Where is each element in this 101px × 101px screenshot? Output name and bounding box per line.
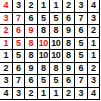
grid-cell: 9 <box>25 63 38 76</box>
grid-cell: 5 <box>75 50 88 63</box>
grid-cell: 1 <box>88 50 101 63</box>
grid-cell: 4 <box>0 0 13 13</box>
grid-cell: 9 <box>25 25 38 38</box>
grid-cell: 6 <box>13 63 26 76</box>
grid-cell: 6 <box>13 25 26 38</box>
grid-cell: 9 <box>63 63 76 76</box>
grid-cell: 6 <box>75 25 88 38</box>
grid-cell: 8 <box>38 25 51 38</box>
grid-cell: 9 <box>63 25 76 38</box>
grid-cell: 1 <box>0 50 13 63</box>
grid-cell: 7 <box>13 13 26 26</box>
grid-cell: 10 <box>38 50 51 63</box>
grid-cell: 2 <box>0 63 13 76</box>
grid-cell: 4 <box>0 88 13 101</box>
grid-cell: 5 <box>50 75 63 88</box>
grid-cell: 1 <box>38 0 51 13</box>
grid-cell: 2 <box>88 63 101 76</box>
grid-cell: 3 <box>88 75 101 88</box>
grid-cell: 5 <box>75 38 88 51</box>
grid-cell: 5 <box>13 50 26 63</box>
grid-cell: 6 <box>25 13 38 26</box>
grid-cell: 8 <box>50 63 63 76</box>
grid-cell: 6 <box>75 63 88 76</box>
grid-cell: 2 <box>88 25 101 38</box>
grid-cell: 1 <box>50 88 63 101</box>
grid-cell: 3 <box>13 0 26 13</box>
grid-cell: 8 <box>25 50 38 63</box>
grid-cell: 3 <box>75 0 88 13</box>
grid-cell: 4 <box>88 0 101 13</box>
grid-cell: 5 <box>38 75 51 88</box>
grid-cell: 2 <box>63 88 76 101</box>
puzzle-grid: 4321123437655673269889621581010851158101… <box>0 0 100 100</box>
grid-cell: 1 <box>0 38 13 51</box>
grid-cell: 10 <box>38 38 51 51</box>
grid-cell: 3 <box>0 75 13 88</box>
grid-cell: 7 <box>13 75 26 88</box>
grid-cell: 6 <box>63 75 76 88</box>
grid-cell: 10 <box>50 50 63 63</box>
grid-cell: 1 <box>88 38 101 51</box>
grid-cell: 5 <box>13 38 26 51</box>
grid-cell: 2 <box>63 0 76 13</box>
grid-cell: 3 <box>13 88 26 101</box>
grid-cell: 4 <box>88 88 101 101</box>
grid-cell: 5 <box>50 13 63 26</box>
grid-cell: 8 <box>63 50 76 63</box>
grid-cell: 10 <box>50 38 63 51</box>
grid-cell: 8 <box>50 25 63 38</box>
grid-cell: 6 <box>63 13 76 26</box>
grid-cell: 2 <box>0 25 13 38</box>
grid-cell: 8 <box>25 38 38 51</box>
grid-cell: 1 <box>50 0 63 13</box>
grid-cell: 1 <box>38 88 51 101</box>
grid-cell: 3 <box>75 88 88 101</box>
grid-cell: 5 <box>38 13 51 26</box>
grid-cell: 7 <box>75 13 88 26</box>
grid-cell: 3 <box>0 13 13 26</box>
grid-cell: 8 <box>63 38 76 51</box>
grid-cell: 3 <box>88 13 101 26</box>
grid-cell: 2 <box>25 0 38 13</box>
grid-cell: 8 <box>38 63 51 76</box>
grid-cell: 7 <box>75 75 88 88</box>
grid-cell: 2 <box>25 88 38 101</box>
grid-cell: 6 <box>25 75 38 88</box>
